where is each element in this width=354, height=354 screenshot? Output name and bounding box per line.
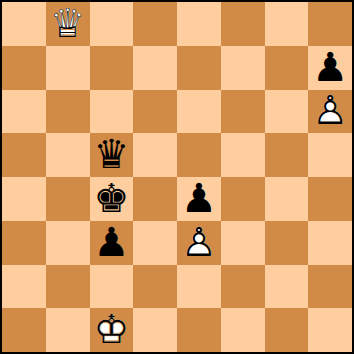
white-queen-icon: ♕	[46, 2, 90, 46]
square-f4[interactable]	[221, 177, 265, 221]
square-b3[interactable]	[46, 221, 90, 265]
square-g4[interactable]	[265, 177, 309, 221]
square-g8[interactable]	[265, 2, 309, 46]
square-a4[interactable]	[2, 177, 46, 221]
white-pawn-icon: ♙	[308, 90, 352, 134]
white-queen[interactable]: ♛♕	[46, 2, 90, 46]
square-f7[interactable]	[221, 46, 265, 90]
square-a8[interactable]	[2, 2, 46, 46]
square-d5[interactable]	[133, 133, 177, 177]
square-c1[interactable]: ♚♔	[90, 308, 134, 352]
square-e4[interactable]: ♟	[177, 177, 221, 221]
black-queen-icon: ♛	[90, 133, 134, 177]
square-c8[interactable]	[90, 2, 134, 46]
square-e5[interactable]	[177, 133, 221, 177]
square-e7[interactable]	[177, 46, 221, 90]
square-c2[interactable]	[90, 265, 134, 309]
square-b1[interactable]	[46, 308, 90, 352]
square-f6[interactable]	[221, 90, 265, 134]
square-h2[interactable]	[308, 265, 352, 309]
white-pawn[interactable]: ♟♙	[177, 221, 221, 265]
square-h1[interactable]	[308, 308, 352, 352]
square-g1[interactable]	[265, 308, 309, 352]
square-c3[interactable]: ♟	[90, 221, 134, 265]
square-f1[interactable]	[221, 308, 265, 352]
square-f3[interactable]	[221, 221, 265, 265]
chess-board-frame: ♛♕♟♟♙♛♚♟♟♟♙♚♔	[0, 0, 354, 354]
square-a3[interactable]	[2, 221, 46, 265]
square-d6[interactable]	[133, 90, 177, 134]
square-g6[interactable]	[265, 90, 309, 134]
black-pawn-icon: ♟	[308, 46, 352, 90]
square-e8[interactable]	[177, 2, 221, 46]
square-h6[interactable]: ♟♙	[308, 90, 352, 134]
white-pawn-icon: ♙	[177, 221, 221, 265]
square-c7[interactable]	[90, 46, 134, 90]
black-king-icon: ♚	[90, 177, 134, 221]
square-g5[interactable]	[265, 133, 309, 177]
square-e2[interactable]	[177, 265, 221, 309]
square-b8[interactable]: ♛♕	[46, 2, 90, 46]
square-h8[interactable]	[308, 2, 352, 46]
square-d2[interactable]	[133, 265, 177, 309]
black-pawn-icon: ♟	[90, 221, 134, 265]
square-d4[interactable]	[133, 177, 177, 221]
square-d3[interactable]	[133, 221, 177, 265]
white-king-icon: ♔	[90, 308, 134, 352]
square-c6[interactable]	[90, 90, 134, 134]
square-d8[interactable]	[133, 2, 177, 46]
white-pawn[interactable]: ♟♙	[308, 90, 352, 134]
black-pawn[interactable]: ♟	[308, 46, 352, 90]
square-a1[interactable]	[2, 308, 46, 352]
square-a6[interactable]	[2, 90, 46, 134]
square-h3[interactable]	[308, 221, 352, 265]
square-g2[interactable]	[265, 265, 309, 309]
black-pawn[interactable]: ♟	[90, 221, 134, 265]
square-f5[interactable]	[221, 133, 265, 177]
square-e3[interactable]: ♟♙	[177, 221, 221, 265]
square-g7[interactable]	[265, 46, 309, 90]
square-b4[interactable]	[46, 177, 90, 221]
black-pawn[interactable]: ♟	[177, 177, 221, 221]
square-b7[interactable]	[46, 46, 90, 90]
square-b2[interactable]	[46, 265, 90, 309]
black-pawn-icon: ♟	[177, 177, 221, 221]
square-h5[interactable]	[308, 133, 352, 177]
square-f8[interactable]	[221, 2, 265, 46]
square-b5[interactable]	[46, 133, 90, 177]
square-c4[interactable]: ♚	[90, 177, 134, 221]
square-d7[interactable]	[133, 46, 177, 90]
square-e1[interactable]	[177, 308, 221, 352]
black-queen[interactable]: ♛	[90, 133, 134, 177]
square-a2[interactable]	[2, 265, 46, 309]
square-a5[interactable]	[2, 133, 46, 177]
square-a7[interactable]	[2, 46, 46, 90]
square-c5[interactable]: ♛	[90, 133, 134, 177]
square-e6[interactable]	[177, 90, 221, 134]
square-h7[interactable]: ♟	[308, 46, 352, 90]
square-h4[interactable]	[308, 177, 352, 221]
square-f2[interactable]	[221, 265, 265, 309]
chess-board: ♛♕♟♟♙♛♚♟♟♟♙♚♔	[2, 2, 352, 352]
black-king[interactable]: ♚	[90, 177, 134, 221]
square-d1[interactable]	[133, 308, 177, 352]
square-b6[interactable]	[46, 90, 90, 134]
square-g3[interactable]	[265, 221, 309, 265]
white-king[interactable]: ♚♔	[90, 308, 134, 352]
